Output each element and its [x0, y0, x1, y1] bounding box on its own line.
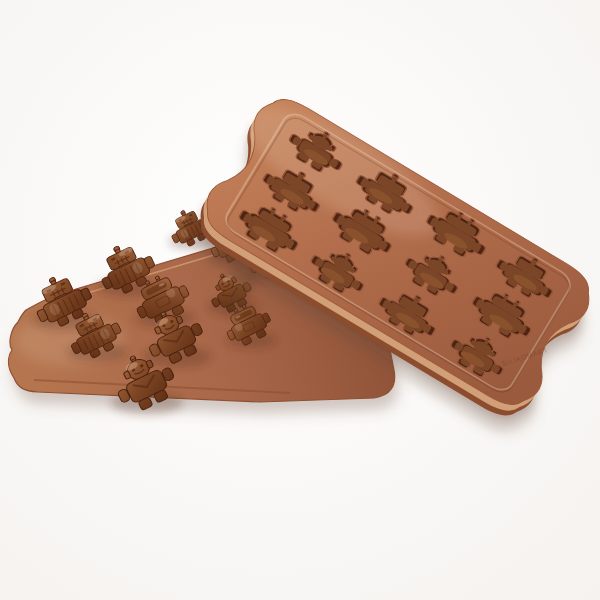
product-photo-stage: SILIKOMART	[0, 0, 600, 600]
product-photo: SILIKOMART	[0, 0, 600, 600]
